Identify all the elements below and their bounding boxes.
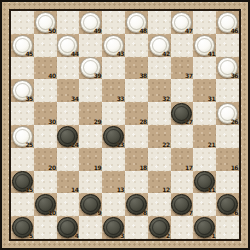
square-number: 1 bbox=[212, 232, 216, 239]
light-square bbox=[216, 171, 239, 194]
board-frame: 5049484746454443424140393837363534333231… bbox=[0, 0, 250, 250]
square-number: 18 bbox=[139, 164, 146, 171]
square-10[interactable]: 10 bbox=[34, 193, 57, 216]
square-27[interactable]: 27 bbox=[171, 102, 194, 125]
square-number: 43 bbox=[117, 50, 124, 57]
light-square bbox=[11, 57, 34, 80]
square-31[interactable]: 31 bbox=[193, 79, 216, 102]
light-square bbox=[171, 216, 194, 239]
light-square bbox=[216, 34, 239, 57]
light-square bbox=[125, 171, 148, 194]
square-6[interactable]: 6 bbox=[216, 193, 239, 216]
square-number: 36 bbox=[231, 72, 238, 79]
square-12[interactable]: 12 bbox=[148, 171, 171, 194]
square-1[interactable]: 1 bbox=[193, 216, 216, 239]
square-15[interactable]: 15 bbox=[11, 171, 34, 194]
light-square bbox=[125, 125, 148, 148]
square-number: 32 bbox=[162, 95, 169, 102]
square-number: 10 bbox=[48, 209, 55, 216]
square-43[interactable]: 43 bbox=[102, 34, 125, 57]
square-number: 27 bbox=[185, 118, 192, 125]
light-square bbox=[148, 193, 171, 216]
square-number: 48 bbox=[139, 27, 146, 34]
square-number: 24 bbox=[71, 141, 78, 148]
square-18[interactable]: 18 bbox=[125, 148, 148, 171]
square-number: 21 bbox=[208, 141, 215, 148]
square-number: 42 bbox=[162, 50, 169, 57]
square-number: 44 bbox=[71, 50, 78, 57]
square-number: 34 bbox=[71, 95, 78, 102]
light-square bbox=[148, 11, 171, 34]
square-48[interactable]: 48 bbox=[125, 11, 148, 34]
square-2[interactable]: 2 bbox=[148, 216, 171, 239]
square-44[interactable]: 44 bbox=[57, 34, 80, 57]
light-square bbox=[11, 11, 34, 34]
square-number: 13 bbox=[117, 186, 124, 193]
square-29[interactable]: 29 bbox=[79, 102, 102, 125]
light-square bbox=[79, 34, 102, 57]
square-number: 39 bbox=[94, 72, 101, 79]
square-4[interactable]: 4 bbox=[57, 216, 80, 239]
light-square bbox=[125, 79, 148, 102]
square-45[interactable]: 45 bbox=[11, 34, 34, 57]
square-49[interactable]: 49 bbox=[79, 11, 102, 34]
light-square bbox=[34, 171, 57, 194]
light-square bbox=[57, 57, 80, 80]
square-34[interactable]: 34 bbox=[57, 79, 80, 102]
light-square bbox=[171, 125, 194, 148]
square-number: 31 bbox=[208, 95, 215, 102]
square-number: 22 bbox=[162, 141, 169, 148]
square-32[interactable]: 32 bbox=[148, 79, 171, 102]
light-square bbox=[11, 148, 34, 171]
square-number: 9 bbox=[98, 209, 102, 216]
square-number: 49 bbox=[94, 27, 101, 34]
square-26[interactable]: 26 bbox=[216, 102, 239, 125]
light-square bbox=[79, 79, 102, 102]
square-39[interactable]: 39 bbox=[79, 57, 102, 80]
square-36[interactable]: 36 bbox=[216, 57, 239, 80]
light-square bbox=[148, 148, 171, 171]
square-number: 7 bbox=[189, 209, 193, 216]
light-square bbox=[57, 11, 80, 34]
light-square bbox=[79, 216, 102, 239]
light-square bbox=[34, 79, 57, 102]
square-number: 6 bbox=[234, 209, 238, 216]
square-20[interactable]: 20 bbox=[34, 148, 57, 171]
square-number: 16 bbox=[231, 164, 238, 171]
square-35[interactable]: 35 bbox=[11, 79, 34, 102]
square-number: 8 bbox=[143, 209, 147, 216]
square-23[interactable]: 23 bbox=[102, 125, 125, 148]
square-30[interactable]: 30 bbox=[34, 102, 57, 125]
square-8[interactable]: 8 bbox=[125, 193, 148, 216]
light-square bbox=[102, 102, 125, 125]
square-number: 2 bbox=[166, 232, 170, 239]
square-13[interactable]: 13 bbox=[102, 171, 125, 194]
square-number: 38 bbox=[139, 72, 146, 79]
square-number: 12 bbox=[162, 186, 169, 193]
square-number: 17 bbox=[185, 164, 192, 171]
square-17[interactable]: 17 bbox=[171, 148, 194, 171]
square-number: 40 bbox=[48, 72, 55, 79]
draughts-board: 5049484746454443424140393837363534333231… bbox=[9, 9, 241, 241]
square-41[interactable]: 41 bbox=[193, 34, 216, 57]
light-square bbox=[79, 125, 102, 148]
square-number: 47 bbox=[185, 27, 192, 34]
square-3[interactable]: 3 bbox=[102, 216, 125, 239]
light-square bbox=[57, 193, 80, 216]
light-square bbox=[34, 216, 57, 239]
light-square bbox=[125, 34, 148, 57]
light-square bbox=[34, 125, 57, 148]
square-number: 25 bbox=[25, 141, 32, 148]
square-number: 3 bbox=[120, 232, 124, 239]
square-number: 5 bbox=[29, 232, 33, 239]
light-square bbox=[193, 148, 216, 171]
light-square bbox=[148, 102, 171, 125]
square-33[interactable]: 33 bbox=[102, 79, 125, 102]
light-square bbox=[102, 193, 125, 216]
light-square bbox=[79, 171, 102, 194]
square-28[interactable]: 28 bbox=[125, 102, 148, 125]
square-37[interactable]: 37 bbox=[171, 57, 194, 80]
light-square bbox=[171, 171, 194, 194]
square-14[interactable]: 14 bbox=[57, 171, 80, 194]
square-7[interactable]: 7 bbox=[171, 193, 194, 216]
square-number: 19 bbox=[94, 164, 101, 171]
square-22[interactable]: 22 bbox=[148, 125, 171, 148]
square-number: 46 bbox=[231, 27, 238, 34]
light-square bbox=[193, 57, 216, 80]
light-square bbox=[11, 102, 34, 125]
light-square bbox=[57, 148, 80, 171]
square-21[interactable]: 21 bbox=[193, 125, 216, 148]
light-square bbox=[216, 125, 239, 148]
light-square bbox=[216, 216, 239, 239]
square-number: 41 bbox=[208, 50, 215, 57]
square-number: 20 bbox=[48, 164, 55, 171]
square-number: 35 bbox=[25, 95, 32, 102]
square-number: 11 bbox=[208, 186, 215, 193]
light-square bbox=[171, 79, 194, 102]
square-19[interactable]: 19 bbox=[79, 148, 102, 171]
square-24[interactable]: 24 bbox=[57, 125, 80, 148]
light-square bbox=[171, 34, 194, 57]
square-number: 26 bbox=[231, 118, 238, 125]
square-number: 23 bbox=[117, 141, 124, 148]
square-25[interactable]: 25 bbox=[11, 125, 34, 148]
square-9[interactable]: 9 bbox=[79, 193, 102, 216]
square-11[interactable]: 11 bbox=[193, 171, 216, 194]
light-square bbox=[148, 57, 171, 80]
light-square bbox=[193, 102, 216, 125]
square-number: 14 bbox=[71, 186, 78, 193]
square-number: 15 bbox=[25, 186, 32, 193]
square-46[interactable]: 46 bbox=[216, 11, 239, 34]
light-square bbox=[193, 193, 216, 216]
square-16[interactable]: 16 bbox=[216, 148, 239, 171]
light-square bbox=[193, 11, 216, 34]
light-square bbox=[102, 57, 125, 80]
square-number: 33 bbox=[117, 95, 124, 102]
square-number: 37 bbox=[185, 72, 192, 79]
square-50[interactable]: 50 bbox=[34, 11, 57, 34]
light-square bbox=[57, 102, 80, 125]
square-5[interactable]: 5 bbox=[11, 216, 34, 239]
light-square bbox=[102, 11, 125, 34]
square-40[interactable]: 40 bbox=[34, 57, 57, 80]
square-47[interactable]: 47 bbox=[171, 11, 194, 34]
square-number: 4 bbox=[75, 232, 79, 239]
light-square bbox=[102, 148, 125, 171]
square-number: 30 bbox=[48, 118, 55, 125]
light-square bbox=[125, 216, 148, 239]
square-number: 28 bbox=[139, 118, 146, 125]
square-38[interactable]: 38 bbox=[125, 57, 148, 80]
square-number: 45 bbox=[25, 50, 32, 57]
light-square bbox=[216, 79, 239, 102]
square-number: 50 bbox=[48, 27, 55, 34]
square-number: 29 bbox=[94, 118, 101, 125]
light-square bbox=[34, 34, 57, 57]
light-square bbox=[11, 193, 34, 216]
square-42[interactable]: 42 bbox=[148, 34, 171, 57]
